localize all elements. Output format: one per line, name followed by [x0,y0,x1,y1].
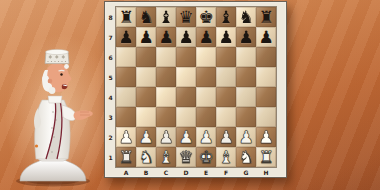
piece-black-king[interactable]: ♚ [198,7,213,27]
piece-white-king[interactable]: ♚ [198,147,213,167]
square-h8[interactable]: ♜ [256,7,276,27]
crown [45,49,69,63]
piece-black-pawn[interactable]: ♟ [218,27,233,47]
mascot-head [42,63,71,94]
square-e2[interactable]: ♟ [196,127,216,147]
square-h3[interactable] [256,107,276,127]
piece-black-bishop[interactable]: ♝ [218,7,233,27]
file-label-g: G [236,167,256,177]
square-h2[interactable]: ♟ [256,127,276,147]
piece-white-knight[interactable]: ♞ [138,147,153,167]
file-label-f: F [216,167,236,177]
square-e6[interactable] [196,47,216,67]
mascot-arm [62,105,93,121]
square-a5[interactable] [116,67,136,87]
mascot-body [34,96,70,159]
rank-label-2: 2 [105,127,116,147]
piece-black-bishop[interactable]: ♝ [158,7,173,27]
square-e1[interactable]: ♚ [196,147,216,167]
file-label-c: C [156,167,176,177]
piece-black-pawn[interactable]: ♟ [158,27,173,47]
square-f6[interactable] [216,47,236,67]
rank-label-3: 3 [105,107,116,127]
rank-label-4: 4 [105,87,116,107]
rank-label-1: 1 [105,147,116,167]
square-h6[interactable] [256,47,276,67]
square-e3[interactable] [196,107,216,127]
square-f8[interactable]: ♝ [216,7,236,27]
file-labels: ABCDEFGH [116,167,276,177]
rank-label-6: 6 [105,47,116,67]
square-g2[interactable]: ♟ [236,127,256,147]
square-f1[interactable]: ♝ [216,147,236,167]
piece-white-pawn[interactable]: ♟ [198,127,213,147]
piece-white-pawn[interactable]: ♟ [138,127,153,147]
square-a6[interactable] [116,47,136,67]
square-c4[interactable] [156,87,176,107]
file-label-b: B [136,167,156,177]
square-a7[interactable]: ♟ [116,27,136,47]
square-g4[interactable] [236,87,256,107]
square-g6[interactable] [236,47,256,67]
square-d8[interactable]: ♛ [176,7,196,27]
square-a1[interactable]: ♜ [116,147,136,167]
square-d3[interactable] [176,107,196,127]
piece-black-pawn[interactable]: ♟ [178,27,193,47]
file-label-a: A [116,167,136,177]
scene-background: 87654321 ♜♞♝♛♚♝♞♜♟♟♟♟♟♟♟♟♟♟♟♟♟♟♟♟♜♞♝♛♚♝♞… [0,0,380,190]
square-c7[interactable]: ♟ [156,27,176,47]
file-label-h: H [256,167,276,177]
file-label-d: D [176,167,196,177]
piece-black-pawn[interactable]: ♟ [118,27,133,47]
square-e7[interactable]: ♟ [196,27,216,47]
piece-white-pawn[interactable]: ♟ [238,127,253,147]
board-squares: ♜♞♝♛♚♝♞♜♟♟♟♟♟♟♟♟♟♟♟♟♟♟♟♟♜♞♝♛♚♝♞♜ [116,7,276,167]
piece-white-pawn[interactable]: ♟ [178,127,193,147]
square-f5[interactable] [216,67,236,87]
piece-black-rook[interactable]: ♜ [258,7,273,27]
piece-white-queen[interactable]: ♛ [178,147,193,167]
eye [60,73,62,75]
square-b4[interactable] [136,87,156,107]
square-g8[interactable]: ♞ [236,7,256,27]
piece-white-bishop[interactable]: ♝ [158,147,173,167]
square-c6[interactable] [156,47,176,67]
square-d4[interactable] [176,87,196,107]
piece-black-pawn[interactable]: ♟ [258,27,273,47]
square-d6[interactable] [176,47,196,67]
piece-black-knight[interactable]: ♞ [238,7,253,27]
square-b1[interactable]: ♞ [136,147,156,167]
square-g5[interactable] [236,67,256,87]
piece-white-bishop[interactable]: ♝ [218,147,233,167]
eyebrow [59,70,65,71]
piece-white-rook[interactable]: ♜ [258,147,273,167]
square-e8[interactable]: ♚ [196,7,216,27]
square-b8[interactable]: ♞ [136,7,156,27]
square-c8[interactable]: ♝ [156,7,176,27]
piece-black-pawn[interactable]: ♟ [198,27,213,47]
square-d2[interactable]: ♟ [176,127,196,147]
piece-black-rook[interactable]: ♜ [118,7,133,27]
piece-black-pawn[interactable]: ♟ [238,27,253,47]
file-label-e: E [196,167,216,177]
square-h5[interactable] [256,67,276,87]
piece-black-pawn[interactable]: ♟ [138,27,153,47]
square-c1[interactable]: ♝ [156,147,176,167]
square-a2[interactable]: ♟ [116,127,136,147]
square-d5[interactable] [176,67,196,87]
square-d7[interactable]: ♟ [176,27,196,47]
piece-white-pawn[interactable]: ♟ [258,127,273,147]
square-e5[interactable] [196,67,216,87]
rank-label-8: 8 [105,7,116,27]
square-a3[interactable] [116,107,136,127]
square-d1[interactable]: ♛ [176,147,196,167]
square-f4[interactable] [216,87,236,107]
square-b6[interactable] [136,47,156,67]
white-king-mascot [0,0,120,190]
piece-white-pawn[interactable]: ♟ [158,127,173,147]
square-c3[interactable] [156,107,176,127]
rank-label-5: 5 [105,67,116,87]
square-f7[interactable]: ♟ [216,27,236,47]
rank-label-7: 7 [105,27,116,47]
square-b3[interactable] [136,107,156,127]
square-b5[interactable] [136,67,156,87]
square-g1[interactable]: ♞ [236,147,256,167]
piece-white-pawn[interactable]: ♟ [218,127,233,147]
square-g7[interactable]: ♟ [236,27,256,47]
square-f3[interactable] [216,107,236,127]
square-a4[interactable] [116,87,136,107]
robe-button [35,144,38,147]
piece-white-rook[interactable]: ♜ [118,147,133,167]
rank-labels: 87654321 [105,7,116,167]
square-e4[interactable] [196,87,216,107]
chess-board-frame: 87654321 ♜♞♝♛♚♝♞♜♟♟♟♟♟♟♟♟♟♟♟♟♟♟♟♟♜♞♝♛♚♝♞… [104,1,287,178]
piece-white-pawn[interactable]: ♟ [118,127,133,147]
piece-black-knight[interactable]: ♞ [138,7,153,27]
square-h4[interactable] [256,87,276,107]
square-c2[interactable]: ♟ [156,127,176,147]
square-a8[interactable]: ♜ [116,7,136,27]
square-f2[interactable]: ♟ [216,127,236,147]
square-h7[interactable]: ♟ [256,27,276,47]
square-g3[interactable] [236,107,256,127]
square-c5[interactable] [156,67,176,87]
square-b7[interactable]: ♟ [136,27,156,47]
square-b2[interactable]: ♟ [136,127,156,147]
square-h1[interactable]: ♜ [256,147,276,167]
piece-black-queen[interactable]: ♛ [178,7,193,27]
piece-white-knight[interactable]: ♞ [238,147,253,167]
